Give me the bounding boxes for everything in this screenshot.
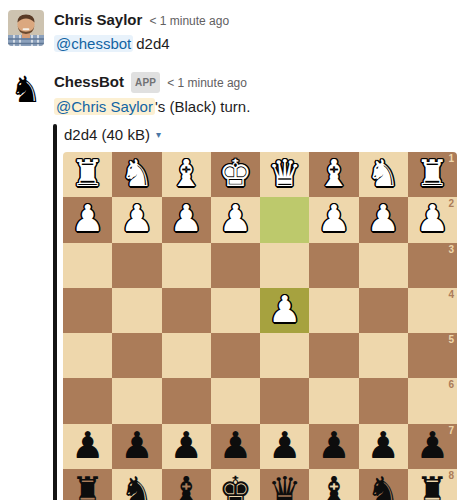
square-a6: 6	[408, 378, 457, 423]
piece-wP-c2: ♟	[317, 200, 350, 237]
rank-label-6: 6	[448, 380, 454, 390]
square-a3: 3	[408, 243, 457, 288]
square-f4	[162, 288, 211, 333]
square-h5	[63, 333, 112, 378]
piece-bP-e7: ♟	[219, 427, 252, 464]
square-g4	[112, 288, 161, 333]
square-c8: ♝c	[309, 469, 358, 500]
user-avatar[interactable]	[8, 10, 44, 46]
mention-chris-saylor[interactable]: @Chris Saylor	[54, 98, 155, 115]
user-photo	[8, 10, 44, 46]
piece-wP-a2: ♟	[416, 200, 449, 237]
message-body-text: 's (Black) turn.	[155, 98, 250, 115]
square-e5	[211, 333, 260, 378]
square-a2: ♟2	[408, 197, 457, 242]
square-b2: ♟	[359, 197, 408, 242]
square-a1: ♜1	[408, 152, 457, 197]
square-e1: ♚	[211, 152, 260, 197]
square-g2: ♟	[112, 197, 161, 242]
piece-bN-b8: ♞	[367, 472, 400, 500]
square-c3	[309, 243, 358, 288]
piece-bR-h8: ♜	[71, 472, 104, 500]
mention-chessbot[interactable]: @chessbot	[54, 35, 133, 52]
message-body-text: d2d4	[136, 35, 169, 52]
piece-bB-c8: ♝	[317, 472, 350, 500]
piece-wP-e2: ♟	[219, 200, 252, 237]
square-c1: ♝	[309, 152, 358, 197]
square-d3	[260, 243, 309, 288]
chess-board[interactable]: ♜♞♝♚♛♝♞♜1♟♟♟♟♟♟♟23♟456♟♟♟♟♟♟♟♟7♜h♞g♝f♚e♛…	[63, 152, 457, 500]
square-g8: ♞g	[112, 469, 161, 500]
square-b8: ♞b	[359, 469, 408, 500]
piece-wP-d4: ♟	[268, 291, 301, 328]
username[interactable]: Chris Saylor	[54, 10, 142, 29]
square-g5	[112, 333, 161, 378]
rank-label-8: 8	[448, 471, 454, 481]
piece-wB-c1: ♝	[317, 155, 350, 192]
square-b4	[359, 288, 408, 333]
piece-wP-g2: ♟	[120, 200, 153, 237]
piece-bP-b7: ♟	[367, 427, 400, 464]
knight-icon: ♞	[10, 72, 42, 108]
square-f8: ♝f	[162, 469, 211, 500]
square-d8: ♛d	[260, 469, 309, 500]
rank-label-3: 3	[448, 245, 454, 255]
piece-bR-a8: ♜	[416, 472, 449, 500]
square-e4	[211, 288, 260, 333]
square-d7: ♟	[260, 424, 309, 469]
piece-wR-a1: ♜	[416, 155, 449, 192]
square-d5	[260, 333, 309, 378]
piece-bK-e8: ♚	[219, 472, 252, 500]
square-f2: ♟	[162, 197, 211, 242]
piece-bP-h7: ♟	[71, 427, 104, 464]
piece-bP-c7: ♟	[317, 427, 350, 464]
piece-wK-e1: ♚	[219, 155, 252, 192]
piece-bQ-d8: ♛	[268, 472, 301, 500]
square-e2: ♟	[211, 197, 260, 242]
piece-wQ-d1: ♛	[268, 155, 301, 192]
attachment-bar	[53, 124, 57, 500]
square-g3	[112, 243, 161, 288]
square-g7: ♟	[112, 424, 161, 469]
piece-bN-g8: ♞	[120, 472, 153, 500]
bot-avatar[interactable]: ♞	[8, 72, 44, 108]
square-h2: ♟	[63, 197, 112, 242]
square-c5	[309, 333, 358, 378]
square-b5	[359, 333, 408, 378]
square-h8: ♜h	[63, 469, 112, 500]
square-c7: ♟	[309, 424, 358, 469]
message-timestamp[interactable]: < 1 minute ago	[167, 74, 247, 93]
piece-bP-a7: ♟	[416, 427, 449, 464]
square-h1: ♜	[63, 152, 112, 197]
piece-wN-b1: ♞	[367, 155, 400, 192]
square-b6	[359, 378, 408, 423]
piece-wN-g1: ♞	[120, 155, 153, 192]
square-e7: ♟	[211, 424, 260, 469]
attachment-filename[interactable]: d2d4 (40 kB)	[64, 125, 150, 145]
piece-wP-h2: ♟	[71, 200, 104, 237]
square-h7: ♟	[63, 424, 112, 469]
square-e8: ♚e	[211, 469, 260, 500]
piece-wP-b2: ♟	[367, 200, 400, 237]
message-chessbot: ♞ ChessBot APP < 1 minute ago @Chris Say…	[0, 72, 468, 500]
rank-label-7: 7	[448, 426, 454, 436]
message-text: @chessbotd2d4	[54, 33, 460, 55]
rank-label-1: 1	[448, 154, 454, 164]
square-d1: ♛	[260, 152, 309, 197]
rank-label-5: 5	[448, 335, 454, 345]
square-e6	[211, 378, 260, 423]
square-c2: ♟	[309, 197, 358, 242]
square-b3	[359, 243, 408, 288]
piece-bP-d7: ♟	[268, 427, 301, 464]
piece-bP-f7: ♟	[170, 427, 203, 464]
app-badge: APP	[131, 72, 160, 93]
square-d6	[260, 378, 309, 423]
square-h4	[63, 288, 112, 333]
square-a7: ♟7	[408, 424, 457, 469]
collapse-caret-icon[interactable]: ▾	[156, 130, 161, 140]
square-b7: ♟	[359, 424, 408, 469]
square-a8: ♜8a	[408, 469, 457, 500]
message-chris-saylor: Chris Saylor < 1 minute ago @chessbotd2d…	[0, 10, 468, 55]
square-h3	[63, 243, 112, 288]
bot-name[interactable]: ChessBot	[54, 72, 124, 91]
square-a5: 5	[408, 333, 457, 378]
square-d4: ♟	[260, 288, 309, 333]
message-timestamp[interactable]: < 1 minute ago	[149, 12, 229, 31]
piece-bP-g7: ♟	[120, 427, 153, 464]
square-g6	[112, 378, 161, 423]
square-h6	[63, 378, 112, 423]
message-text: @Chris Saylor's (Black) turn.	[54, 96, 460, 118]
piece-wR-h1: ♜	[71, 155, 104, 192]
square-b1: ♞	[359, 152, 408, 197]
piece-wB-f1: ♝	[170, 155, 203, 192]
square-d2	[260, 197, 309, 242]
square-f7: ♟	[162, 424, 211, 469]
square-c4	[309, 288, 358, 333]
piece-wP-f2: ♟	[170, 200, 203, 237]
square-f3	[162, 243, 211, 288]
square-f1: ♝	[162, 152, 211, 197]
file-attachment: d2d4 (40 kB) ▾ ♜♞♝♚♛♝♞♜1♟♟♟♟♟♟♟23♟456♟♟♟…	[53, 124, 460, 500]
square-f5	[162, 333, 211, 378]
rank-label-4: 4	[448, 290, 454, 300]
rank-label-2: 2	[448, 199, 454, 209]
square-c6	[309, 378, 358, 423]
square-g1: ♞	[112, 152, 161, 197]
square-f6	[162, 378, 211, 423]
square-a4: 4	[408, 288, 457, 333]
piece-bB-f8: ♝	[170, 472, 203, 500]
square-e3	[211, 243, 260, 288]
slack-message-pane: Chris Saylor < 1 minute ago @chessbotd2d…	[0, 10, 468, 500]
